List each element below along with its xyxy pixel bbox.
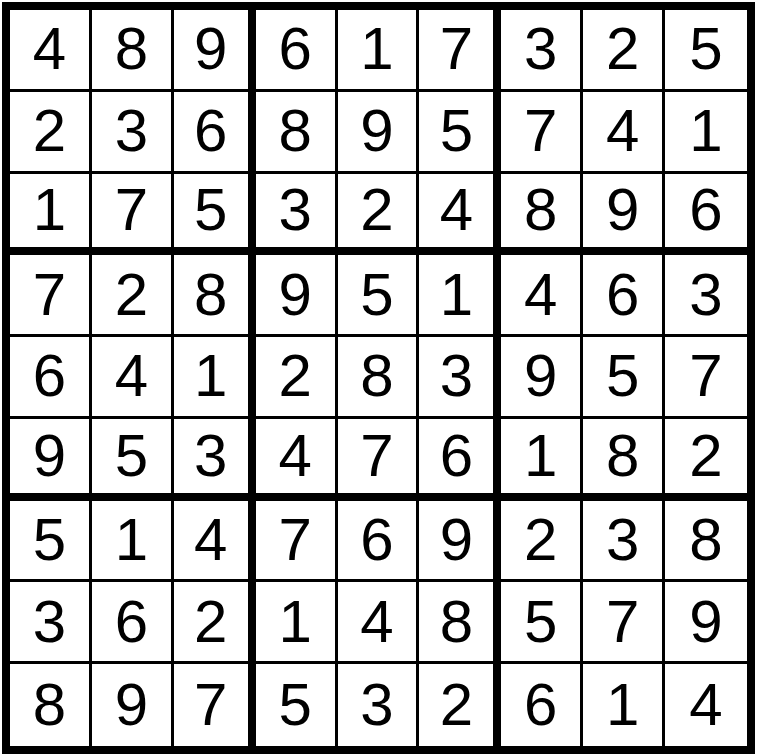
cell-r3c7[interactable]: 8 xyxy=(501,174,583,256)
cell-r4c9[interactable]: 3 xyxy=(665,255,747,337)
cell-r4c4[interactable]: 9 xyxy=(256,255,338,337)
cell-r8c8[interactable]: 7 xyxy=(583,582,665,664)
cell-r8c1[interactable]: 3 xyxy=(10,582,92,664)
cell-r5c4[interactable]: 2 xyxy=(256,337,338,419)
cell-r7c6[interactable]: 9 xyxy=(419,501,501,583)
cell-r2c2[interactable]: 3 xyxy=(92,92,174,174)
cell-r1c2[interactable]: 8 xyxy=(92,10,174,92)
cell-r9c6[interactable]: 2 xyxy=(419,664,501,746)
cell-r5c3[interactable]: 1 xyxy=(174,337,256,419)
cell-r2c4[interactable]: 8 xyxy=(256,92,338,174)
cell-r1c8[interactable]: 2 xyxy=(583,10,665,92)
cell-r9c4[interactable]: 5 xyxy=(256,664,338,746)
cell-r5c1[interactable]: 6 xyxy=(10,337,92,419)
cell-r8c6[interactable]: 8 xyxy=(419,582,501,664)
cell-r5c9[interactable]: 7 xyxy=(665,337,747,419)
cell-r6c2[interactable]: 5 xyxy=(92,419,174,501)
cell-r7c3[interactable]: 4 xyxy=(174,501,256,583)
cell-r4c1[interactable]: 7 xyxy=(10,255,92,337)
cell-r2c8[interactable]: 4 xyxy=(583,92,665,174)
cell-r9c3[interactable]: 7 xyxy=(174,664,256,746)
cell-r7c1[interactable]: 5 xyxy=(10,501,92,583)
cell-r5c2[interactable]: 4 xyxy=(92,337,174,419)
cell-r1c1[interactable]: 4 xyxy=(10,10,92,92)
cell-r7c2[interactable]: 1 xyxy=(92,501,174,583)
cell-r2c5[interactable]: 9 xyxy=(338,92,420,174)
cell-r3c8[interactable]: 9 xyxy=(583,174,665,256)
cell-r1c6[interactable]: 7 xyxy=(419,10,501,92)
cell-r3c4[interactable]: 3 xyxy=(256,174,338,256)
cell-r3c6[interactable]: 4 xyxy=(419,174,501,256)
cell-r5c6[interactable]: 3 xyxy=(419,337,501,419)
cell-r6c6[interactable]: 6 xyxy=(419,419,501,501)
cell-r2c6[interactable]: 5 xyxy=(419,92,501,174)
cell-r9c2[interactable]: 9 xyxy=(92,664,174,746)
sudoku-grid: 4896173252368957411753248967289514636412… xyxy=(2,2,755,754)
cell-r6c9[interactable]: 2 xyxy=(665,419,747,501)
cell-r8c5[interactable]: 4 xyxy=(338,582,420,664)
cell-r3c1[interactable]: 1 xyxy=(10,174,92,256)
cell-r4c3[interactable]: 8 xyxy=(174,255,256,337)
cell-r8c7[interactable]: 5 xyxy=(501,582,583,664)
cell-r4c8[interactable]: 6 xyxy=(583,255,665,337)
cell-r7c9[interactable]: 8 xyxy=(665,501,747,583)
cell-r9c8[interactable]: 1 xyxy=(583,664,665,746)
cell-r1c7[interactable]: 3 xyxy=(501,10,583,92)
cell-r5c5[interactable]: 8 xyxy=(338,337,420,419)
cell-r7c4[interactable]: 7 xyxy=(256,501,338,583)
cell-r3c5[interactable]: 2 xyxy=(338,174,420,256)
cell-r2c1[interactable]: 2 xyxy=(10,92,92,174)
cell-r9c5[interactable]: 3 xyxy=(338,664,420,746)
cell-r3c2[interactable]: 7 xyxy=(92,174,174,256)
cell-r5c7[interactable]: 9 xyxy=(501,337,583,419)
cell-r6c8[interactable]: 8 xyxy=(583,419,665,501)
cell-r1c4[interactable]: 6 xyxy=(256,10,338,92)
cell-r8c4[interactable]: 1 xyxy=(256,582,338,664)
cell-r7c8[interactable]: 3 xyxy=(583,501,665,583)
cell-r1c9[interactable]: 5 xyxy=(665,10,747,92)
cell-r9c9[interactable]: 4 xyxy=(665,664,747,746)
cell-r2c9[interactable]: 1 xyxy=(665,92,747,174)
cell-r2c7[interactable]: 7 xyxy=(501,92,583,174)
cell-r8c9[interactable]: 9 xyxy=(665,582,747,664)
cell-r9c7[interactable]: 6 xyxy=(501,664,583,746)
cell-r1c3[interactable]: 9 xyxy=(174,10,256,92)
cell-r3c9[interactable]: 6 xyxy=(665,174,747,256)
cell-r4c7[interactable]: 4 xyxy=(501,255,583,337)
cell-r4c2[interactable]: 2 xyxy=(92,255,174,337)
cell-r6c5[interactable]: 7 xyxy=(338,419,420,501)
cell-r3c3[interactable]: 5 xyxy=(174,174,256,256)
cell-r9c1[interactable]: 8 xyxy=(10,664,92,746)
cell-r7c5[interactable]: 6 xyxy=(338,501,420,583)
cell-r6c3[interactable]: 3 xyxy=(174,419,256,501)
cell-r2c3[interactable]: 6 xyxy=(174,92,256,174)
sudoku-board: 4896173252368957411753248967289514636412… xyxy=(0,0,757,756)
cell-r4c5[interactable]: 5 xyxy=(338,255,420,337)
cell-r6c7[interactable]: 1 xyxy=(501,419,583,501)
cell-r4c6[interactable]: 1 xyxy=(419,255,501,337)
cell-r6c1[interactable]: 9 xyxy=(10,419,92,501)
cell-r6c4[interactable]: 4 xyxy=(256,419,338,501)
cell-r8c2[interactable]: 6 xyxy=(92,582,174,664)
cell-r7c7[interactable]: 2 xyxy=(501,501,583,583)
cell-r5c8[interactable]: 5 xyxy=(583,337,665,419)
cell-r8c3[interactable]: 2 xyxy=(174,582,256,664)
cell-r1c5[interactable]: 1 xyxy=(338,10,420,92)
